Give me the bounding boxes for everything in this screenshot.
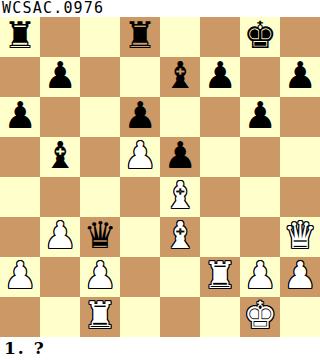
square-d7[interactable] xyxy=(120,57,160,97)
square-a4[interactable] xyxy=(0,177,40,217)
piece-black-rook-d8[interactable]: ♜ xyxy=(120,16,160,56)
square-a2[interactable]: ♟ xyxy=(0,257,40,297)
move-prompt: 1. ? xyxy=(0,337,46,360)
square-g7[interactable] xyxy=(240,57,280,97)
square-a1[interactable] xyxy=(0,297,40,337)
square-b4[interactable] xyxy=(40,177,80,217)
square-h6[interactable] xyxy=(280,97,320,137)
square-e3[interactable]: ♝ xyxy=(160,217,200,257)
piece-white-pawn-c2[interactable]: ♟ xyxy=(80,256,120,296)
square-e8[interactable] xyxy=(160,17,200,57)
square-c7[interactable] xyxy=(80,57,120,97)
square-b5[interactable]: ♝ xyxy=(40,137,80,177)
square-b3[interactable]: ♟ xyxy=(40,217,80,257)
square-c1[interactable]: ♜ xyxy=(80,297,120,337)
piece-white-king-g1[interactable]: ♚ xyxy=(240,296,280,336)
square-c8[interactable] xyxy=(80,17,120,57)
square-h7[interactable]: ♟ xyxy=(280,57,320,97)
square-h4[interactable] xyxy=(280,177,320,217)
piece-black-pawn-f7[interactable]: ♟ xyxy=(200,56,240,96)
piece-black-bishop-e7[interactable]: ♝ xyxy=(160,56,200,96)
piece-black-pawn-h7[interactable]: ♟ xyxy=(280,56,320,96)
piece-black-queen-c3[interactable]: ♛ xyxy=(80,216,120,256)
piece-black-pawn-a6[interactable]: ♟ xyxy=(0,96,40,136)
square-c2[interactable]: ♟ xyxy=(80,257,120,297)
chess-board: ♜♜♚♟♝♟♟♟♟♟♝♟♟♝♟♛♝♛♟♟♜♟♟♜♚ xyxy=(0,17,320,337)
square-h2[interactable]: ♟ xyxy=(280,257,320,297)
piece-white-pawn-d5[interactable]: ♟ xyxy=(120,136,160,176)
square-b8[interactable] xyxy=(40,17,80,57)
square-a5[interactable] xyxy=(0,137,40,177)
square-h3[interactable]: ♛ xyxy=(280,217,320,257)
square-g2[interactable]: ♟ xyxy=(240,257,280,297)
square-c4[interactable] xyxy=(80,177,120,217)
piece-black-bishop-b5[interactable]: ♝ xyxy=(40,136,80,176)
square-g1[interactable]: ♚ xyxy=(240,297,280,337)
piece-black-pawn-b7[interactable]: ♟ xyxy=(40,56,80,96)
square-a8[interactable]: ♜ xyxy=(0,17,40,57)
square-d4[interactable] xyxy=(120,177,160,217)
piece-white-pawn-b3[interactable]: ♟ xyxy=(40,216,80,256)
square-e1[interactable] xyxy=(160,297,200,337)
square-f6[interactable] xyxy=(200,97,240,137)
piece-white-pawn-a2[interactable]: ♟ xyxy=(0,256,40,296)
piece-white-bishop-e4[interactable]: ♝ xyxy=(160,176,200,216)
square-d6[interactable]: ♟ xyxy=(120,97,160,137)
square-f7[interactable]: ♟ xyxy=(200,57,240,97)
square-c3[interactable]: ♛ xyxy=(80,217,120,257)
square-e7[interactable]: ♝ xyxy=(160,57,200,97)
square-d2[interactable] xyxy=(120,257,160,297)
square-g5[interactable] xyxy=(240,137,280,177)
square-a3[interactable] xyxy=(0,217,40,257)
square-g3[interactable] xyxy=(240,217,280,257)
piece-black-king-g8[interactable]: ♚ xyxy=(240,16,280,56)
square-d3[interactable] xyxy=(120,217,160,257)
piece-white-pawn-g2[interactable]: ♟ xyxy=(240,256,280,296)
square-d8[interactable]: ♜ xyxy=(120,17,160,57)
square-d1[interactable] xyxy=(120,297,160,337)
piece-white-queen-h3[interactable]: ♛ xyxy=(280,216,320,256)
square-c6[interactable] xyxy=(80,97,120,137)
square-d5[interactable]: ♟ xyxy=(120,137,160,177)
square-c5[interactable] xyxy=(80,137,120,177)
chess-app-window: WCSAC.0976 ♜♜♚♟♝♟♟♟♟♟♝♟♟♝♟♛♝♛♟♟♜♟♟♜♚ 1. … xyxy=(0,0,320,360)
piece-white-pawn-h2[interactable]: ♟ xyxy=(280,256,320,296)
piece-black-pawn-d6[interactable]: ♟ xyxy=(120,96,160,136)
piece-black-pawn-e5[interactable]: ♟ xyxy=(160,136,200,176)
square-b7[interactable]: ♟ xyxy=(40,57,80,97)
square-e5[interactable]: ♟ xyxy=(160,137,200,177)
piece-black-pawn-g6[interactable]: ♟ xyxy=(240,96,280,136)
square-g4[interactable] xyxy=(240,177,280,217)
square-b2[interactable] xyxy=(40,257,80,297)
piece-white-rook-f2[interactable]: ♜ xyxy=(200,256,240,296)
square-a7[interactable] xyxy=(0,57,40,97)
square-f4[interactable] xyxy=(200,177,240,217)
square-f8[interactable] xyxy=(200,17,240,57)
square-b6[interactable] xyxy=(40,97,80,137)
square-h5[interactable] xyxy=(280,137,320,177)
square-e2[interactable] xyxy=(160,257,200,297)
square-h1[interactable] xyxy=(280,297,320,337)
piece-white-bishop-e3[interactable]: ♝ xyxy=(160,216,200,256)
square-g6[interactable]: ♟ xyxy=(240,97,280,137)
square-f2[interactable]: ♜ xyxy=(200,257,240,297)
square-a6[interactable]: ♟ xyxy=(0,97,40,137)
square-f1[interactable] xyxy=(200,297,240,337)
square-g8[interactable]: ♚ xyxy=(240,17,280,57)
status-bar: 1. ? xyxy=(0,337,320,360)
square-e4[interactable]: ♝ xyxy=(160,177,200,217)
square-b1[interactable] xyxy=(40,297,80,337)
square-f5[interactable] xyxy=(200,137,240,177)
square-h8[interactable] xyxy=(280,17,320,57)
square-e6[interactable] xyxy=(160,97,200,137)
square-f3[interactable] xyxy=(200,217,240,257)
piece-white-rook-c1[interactable]: ♜ xyxy=(80,296,120,336)
piece-black-rook-a8[interactable]: ♜ xyxy=(0,16,40,56)
